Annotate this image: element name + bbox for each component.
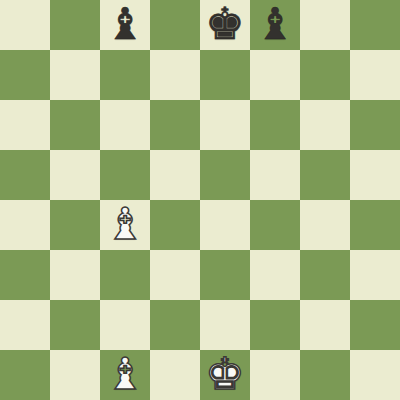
square-g2[interactable] <box>300 300 350 350</box>
square-b7[interactable] <box>50 50 100 100</box>
square-a3[interactable] <box>0 250 50 300</box>
square-g3[interactable] <box>300 250 350 300</box>
square-g5[interactable] <box>300 150 350 200</box>
square-c5[interactable] <box>100 150 150 200</box>
square-e5[interactable] <box>200 150 250 200</box>
square-h6[interactable] <box>350 100 400 150</box>
square-d5[interactable] <box>150 150 200 200</box>
square-e2[interactable] <box>200 300 250 350</box>
black-bishop[interactable]: ♝ <box>255 0 294 49</box>
square-a6[interactable] <box>0 100 50 150</box>
square-h4[interactable] <box>350 200 400 250</box>
square-f4[interactable] <box>250 200 300 250</box>
square-c2[interactable] <box>100 300 150 350</box>
square-g7[interactable] <box>300 50 350 100</box>
white-bishop[interactable]: ♝ <box>105 199 144 249</box>
square-g8[interactable] <box>300 0 350 50</box>
square-f3[interactable] <box>250 250 300 300</box>
square-a2[interactable] <box>0 300 50 350</box>
square-b8[interactable] <box>50 0 100 50</box>
square-h7[interactable] <box>350 50 400 100</box>
square-f2[interactable] <box>250 300 300 350</box>
square-b6[interactable] <box>50 100 100 150</box>
white-bishop[interactable]: ♝ <box>105 349 144 399</box>
square-f8[interactable]: ♝ <box>250 0 300 50</box>
black-king[interactable]: ♚ <box>205 0 244 49</box>
square-d8[interactable] <box>150 0 200 50</box>
square-c1[interactable]: ♝ <box>100 350 150 400</box>
square-g1[interactable] <box>300 350 350 400</box>
square-d1[interactable] <box>150 350 200 400</box>
black-bishop[interactable]: ♝ <box>105 0 144 49</box>
square-f6[interactable] <box>250 100 300 150</box>
white-king[interactable]: ♚ <box>205 349 244 399</box>
square-c6[interactable] <box>100 100 150 150</box>
square-a1[interactable] <box>0 350 50 400</box>
square-c7[interactable] <box>100 50 150 100</box>
square-b4[interactable] <box>50 200 100 250</box>
square-d4[interactable] <box>150 200 200 250</box>
square-h2[interactable] <box>350 300 400 350</box>
square-c4[interactable]: ♝ <box>100 200 150 250</box>
square-d6[interactable] <box>150 100 200 150</box>
square-g6[interactable] <box>300 100 350 150</box>
square-h8[interactable] <box>350 0 400 50</box>
square-e7[interactable] <box>200 50 250 100</box>
square-e4[interactable] <box>200 200 250 250</box>
square-a5[interactable] <box>0 150 50 200</box>
square-d2[interactable] <box>150 300 200 350</box>
square-f5[interactable] <box>250 150 300 200</box>
square-c8[interactable]: ♝ <box>100 0 150 50</box>
square-e6[interactable] <box>200 100 250 150</box>
square-h1[interactable] <box>350 350 400 400</box>
square-f1[interactable] <box>250 350 300 400</box>
square-h3[interactable] <box>350 250 400 300</box>
square-d7[interactable] <box>150 50 200 100</box>
chess-board: ♝♚♝♝♝♚ <box>0 0 400 400</box>
square-d3[interactable] <box>150 250 200 300</box>
square-e8[interactable]: ♚ <box>200 0 250 50</box>
square-e1[interactable]: ♚ <box>200 350 250 400</box>
square-c3[interactable] <box>100 250 150 300</box>
square-b1[interactable] <box>50 350 100 400</box>
square-b2[interactable] <box>50 300 100 350</box>
square-a4[interactable] <box>0 200 50 250</box>
square-g4[interactable] <box>300 200 350 250</box>
square-a7[interactable] <box>0 50 50 100</box>
square-h5[interactable] <box>350 150 400 200</box>
square-f7[interactable] <box>250 50 300 100</box>
square-a8[interactable] <box>0 0 50 50</box>
square-b5[interactable] <box>50 150 100 200</box>
square-e3[interactable] <box>200 250 250 300</box>
square-b3[interactable] <box>50 250 100 300</box>
